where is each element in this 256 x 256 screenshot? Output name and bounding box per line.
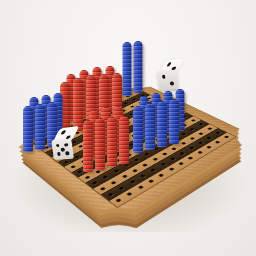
peg-hole[interactable]	[107, 192, 113, 196]
peg-hole[interactable]	[224, 136, 230, 139]
peg-hole[interactable]	[132, 98, 137, 100]
die-pip	[61, 148, 65, 152]
peg-hole[interactable]	[215, 141, 221, 144]
peg-hole[interactable]	[169, 168, 175, 172]
peg-blue[interactable]	[35, 104, 45, 150]
peg-hole[interactable]	[198, 141, 204, 144]
peg-red[interactable]	[73, 78, 83, 131]
peg-hole[interactable]	[138, 186, 144, 190]
peg-hole[interactable]	[188, 156, 194, 160]
peg-hole[interactable]	[132, 169, 138, 173]
peg-hole[interactable]	[179, 151, 185, 154]
peg-hole[interactable]	[190, 119, 195, 122]
peg-hole[interactable]	[124, 102, 129, 105]
peg-hole[interactable]	[144, 153, 150, 156]
peg-hole[interactable]	[150, 168, 156, 172]
peg-hole[interactable]	[116, 198, 123, 202]
peg-hole[interactable]	[70, 165, 76, 169]
die-pip	[56, 143, 60, 147]
peg-hole[interactable]	[148, 179, 154, 183]
peg-hole[interactable]	[215, 131, 221, 134]
peg-hole[interactable]	[171, 147, 177, 150]
peg-blue[interactable]	[169, 99, 179, 144]
peg-hole[interactable]	[111, 180, 117, 184]
peg-hole[interactable]	[134, 158, 140, 162]
die-front-face	[51, 139, 74, 160]
peg-hole[interactable]	[121, 174, 127, 178]
peg-hole[interactable]	[180, 142, 186, 145]
die-pip	[57, 152, 61, 156]
die-front-face	[157, 70, 178, 90]
peg-hole[interactable]	[197, 151, 203, 154]
peg-hole[interactable]	[159, 173, 165, 177]
peg-hole[interactable]	[140, 174, 146, 178]
die-right[interactable]	[156, 59, 185, 94]
peg-hole[interactable]	[206, 136, 212, 139]
peg-hole[interactable]	[160, 162, 166, 166]
die-pip	[166, 62, 172, 66]
peg-hole[interactable]	[103, 175, 109, 179]
peg-red[interactable]	[95, 118, 105, 170]
peg-blue[interactable]	[145, 103, 155, 150]
die-pip	[66, 152, 70, 156]
peg-red[interactable]	[83, 120, 93, 172]
die-pip	[170, 81, 174, 85]
peg-hole[interactable]	[178, 162, 184, 166]
peg-hole[interactable]	[84, 175, 90, 179]
peg-hole[interactable]	[190, 128, 196, 131]
peg-hole[interactable]	[152, 157, 158, 161]
peg-hole[interactable]	[206, 146, 212, 149]
peg-hole[interactable]	[198, 132, 204, 135]
peg-hole[interactable]	[142, 163, 148, 167]
product-photo-scene	[0, 0, 256, 256]
peg-hole[interactable]	[100, 186, 106, 190]
peg-hole[interactable]	[198, 123, 204, 126]
peg-hole[interactable]	[114, 169, 120, 173]
peg-hole[interactable]	[207, 127, 213, 130]
peg-hole[interactable]	[127, 192, 134, 196]
peg-blue[interactable]	[157, 101, 167, 147]
peg-hole[interactable]	[129, 180, 135, 184]
peg-blue[interactable]	[23, 106, 33, 152]
die-pip	[162, 75, 166, 79]
peg-red[interactable]	[119, 116, 129, 164]
peg-blue[interactable]	[133, 106, 143, 153]
die-pip	[60, 130, 66, 134]
die-left[interactable]	[50, 126, 81, 163]
peg-hole[interactable]	[95, 170, 101, 174]
peg-hole[interactable]	[119, 186, 125, 190]
peg-hole[interactable]	[181, 132, 187, 135]
peg-hole[interactable]	[189, 146, 195, 149]
peg-hole[interactable]	[162, 152, 168, 155]
peg-hole[interactable]	[170, 157, 176, 161]
peg-hole[interactable]	[92, 181, 98, 185]
peg-blue[interactable]	[134, 41, 143, 93]
peg-red[interactable]	[107, 117, 117, 167]
peg-hole[interactable]	[189, 137, 195, 140]
die-pip	[64, 143, 68, 147]
peg-blue[interactable]	[123, 42, 132, 96]
